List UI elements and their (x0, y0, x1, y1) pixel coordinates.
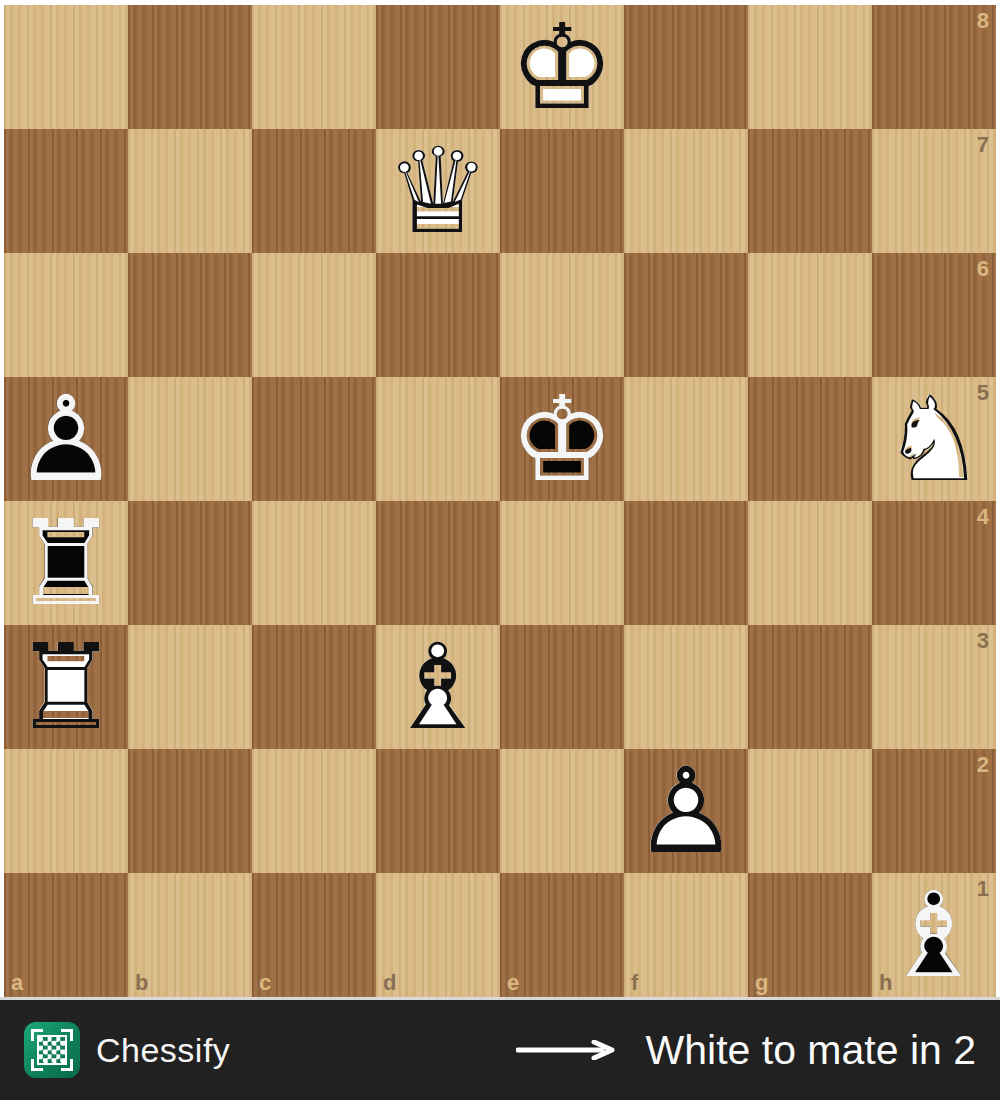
square-f5[interactable] (624, 377, 748, 501)
square-h4[interactable]: 4 (872, 501, 996, 625)
square-h3[interactable]: 3 (872, 625, 996, 749)
white-queen[interactable]: ♛♕ (376, 129, 500, 253)
square-d3[interactable]: ♝♗ (376, 625, 500, 749)
square-d4[interactable] (376, 501, 500, 625)
rank-label-4: 4 (977, 506, 989, 528)
white-king[interactable]: ♚♔ (500, 5, 624, 129)
file-label-a: a (11, 972, 23, 994)
square-e2[interactable] (500, 749, 624, 873)
square-e5[interactable]: ♚♔ (500, 377, 624, 501)
square-f4[interactable] (624, 501, 748, 625)
file-label-d: d (383, 972, 396, 994)
square-c3[interactable] (252, 625, 376, 749)
square-d5[interactable] (376, 377, 500, 501)
square-a8[interactable] (4, 5, 128, 129)
square-h8[interactable]: 8 (872, 5, 996, 129)
square-d8[interactable] (376, 5, 500, 129)
square-g4[interactable] (748, 501, 872, 625)
file-label-c: c (259, 972, 271, 994)
square-g3[interactable] (748, 625, 872, 749)
square-c1[interactable]: c (252, 873, 376, 997)
square-d7[interactable]: ♛♕ (376, 129, 500, 253)
square-g8[interactable] (748, 5, 872, 129)
black-king[interactable]: ♚♔ (500, 377, 624, 501)
file-label-f: f (631, 972, 638, 994)
square-d2[interactable] (376, 749, 500, 873)
white-bishop[interactable]: ♝♗ (376, 625, 500, 749)
square-e6[interactable] (500, 253, 624, 377)
square-b2[interactable] (128, 749, 252, 873)
square-f6[interactable] (624, 253, 748, 377)
rank-label-7: 7 (977, 134, 989, 156)
square-g6[interactable] (748, 253, 872, 377)
square-c8[interactable] (252, 5, 376, 129)
scan-corner-icon (31, 1059, 43, 1071)
square-b5[interactable] (128, 377, 252, 501)
file-label-b: b (135, 972, 148, 994)
square-b6[interactable] (128, 253, 252, 377)
scan-corner-icon (31, 1029, 43, 1041)
file-label-g: g (755, 972, 768, 994)
square-e7[interactable] (500, 129, 624, 253)
square-c6[interactable] (252, 253, 376, 377)
rank-label-6: 6 (977, 258, 989, 280)
square-a4[interactable]: ♜♖ (4, 501, 128, 625)
square-a5[interactable]: ♟♙ (4, 377, 128, 501)
square-h5[interactable]: 5♞♘ (872, 377, 996, 501)
brand-name: Chessify (96, 1031, 230, 1070)
rank-label-3: 3 (977, 630, 989, 652)
square-e8[interactable]: ♚♔ (500, 5, 624, 129)
black-pawn[interactable]: ♟♙ (4, 377, 128, 501)
black-bishop[interactable]: ♝♗ (872, 873, 996, 997)
puzzle-caption: White to mate in 2 (646, 1027, 976, 1074)
square-f3[interactable] (624, 625, 748, 749)
square-a1[interactable]: a (4, 873, 128, 997)
square-f2[interactable]: ♟♙ (624, 749, 748, 873)
square-d1[interactable]: d (376, 873, 500, 997)
square-e4[interactable] (500, 501, 624, 625)
scan-corner-icon (61, 1059, 73, 1071)
square-h7[interactable]: 7 (872, 129, 996, 253)
arrow-right-icon (516, 1040, 620, 1060)
black-rook[interactable]: ♜♖ (4, 501, 128, 625)
square-b3[interactable] (128, 625, 252, 749)
square-f8[interactable] (624, 5, 748, 129)
rank-label-2: 2 (977, 754, 989, 776)
square-a6[interactable] (4, 253, 128, 377)
square-a2[interactable] (4, 749, 128, 873)
white-pawn[interactable]: ♟♙ (624, 749, 748, 873)
square-g5[interactable] (748, 377, 872, 501)
square-c5[interactable] (252, 377, 376, 501)
square-c2[interactable] (252, 749, 376, 873)
square-f7[interactable] (624, 129, 748, 253)
chessify-logo-icon[interactable] (24, 1022, 80, 1078)
square-b7[interactable] (128, 129, 252, 253)
square-c4[interactable] (252, 501, 376, 625)
file-label-e: e (507, 972, 519, 994)
square-h2[interactable]: 2 (872, 749, 996, 873)
square-g7[interactable] (748, 129, 872, 253)
square-g2[interactable] (748, 749, 872, 873)
square-b1[interactable]: b (128, 873, 252, 997)
square-d6[interactable] (376, 253, 500, 377)
chess-board: ♚♔8♛♕76♟♙♚♔5♞♘♜♖4♜♖♝♗3♟♙2abcdefg1h♝♗ (4, 5, 996, 997)
square-h6[interactable]: 6 (872, 253, 996, 377)
scan-corner-icon (61, 1029, 73, 1041)
rank-label-8: 8 (977, 10, 989, 32)
square-a3[interactable]: ♜♖ (4, 625, 128, 749)
square-e3[interactable] (500, 625, 624, 749)
square-b8[interactable] (128, 5, 252, 129)
square-f1[interactable]: f (624, 873, 748, 997)
square-e1[interactable]: e (500, 873, 624, 997)
footer-bar: Chessify White to mate in 2 (0, 1000, 1000, 1100)
square-g1[interactable]: g (748, 873, 872, 997)
square-a7[interactable] (4, 129, 128, 253)
square-b4[interactable] (128, 501, 252, 625)
white-rook[interactable]: ♜♖ (4, 625, 128, 749)
white-knight[interactable]: ♞♘ (872, 377, 996, 501)
square-c7[interactable] (252, 129, 376, 253)
square-h1[interactable]: 1h♝♗ (872, 873, 996, 997)
